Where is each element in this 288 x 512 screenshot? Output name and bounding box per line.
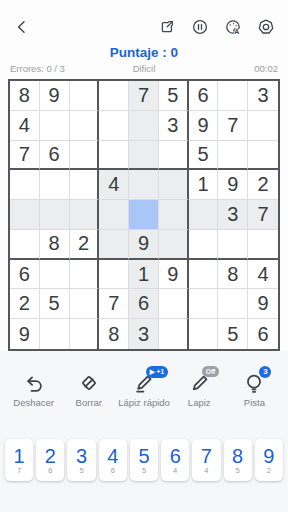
sudoku-board: 8975634397765419237829619842576998356	[8, 79, 280, 351]
numpad-button-4[interactable]: 46	[99, 439, 127, 481]
sudoku-cell-r6c4[interactable]	[99, 230, 129, 260]
numpad-button-8[interactable]: 85	[224, 439, 252, 481]
sudoku-cell-r2c7[interactable]: 9	[189, 111, 219, 141]
sudoku-cell-r3c7[interactable]: 5	[189, 141, 219, 171]
sudoku-cell-r8c6[interactable]	[159, 289, 189, 319]
sudoku-cell-r5c9[interactable]: 7	[248, 200, 278, 230]
sudoku-cell-r2c6[interactable]: 3	[159, 111, 189, 141]
sudoku-cell-r3c6[interactable]	[159, 141, 189, 171]
toolbar: Deshacer Borrar ▶ +1 Lápiz rápido Off	[0, 372, 288, 408]
sudoku-cell-r2c1[interactable]: 4	[10, 111, 40, 141]
numpad-digit: 4	[107, 446, 118, 466]
sudoku-cell-r7c9[interactable]: 4	[248, 260, 278, 290]
sudoku-cell-r3c4[interactable]	[99, 141, 129, 171]
undo-label: Deshacer	[13, 397, 54, 408]
sudoku-cell-r7c8[interactable]: 8	[218, 260, 248, 290]
sudoku-cell-r6c6[interactable]	[159, 230, 189, 260]
sudoku-cell-r8c9[interactable]: 9	[248, 289, 278, 319]
sudoku-cell-r5c1[interactable]	[10, 200, 40, 230]
sudoku-cell-r3c8[interactable]	[218, 141, 248, 171]
pause-button[interactable]	[192, 19, 208, 35]
quick-pencil-button[interactable]: ▶ +1 Lápiz rápido	[116, 372, 171, 408]
sudoku-cell-r8c2[interactable]: 5	[40, 289, 70, 319]
numpad-remaining-count: 5	[236, 467, 240, 475]
sudoku-cell-r1c3[interactable]	[70, 81, 100, 111]
numpad-remaining-count: 4	[173, 467, 177, 475]
numpad-digit: 3	[76, 446, 87, 466]
sudoku-cell-r2c5[interactable]	[129, 111, 159, 141]
sudoku-cell-r6c8[interactable]	[218, 230, 248, 260]
numpad-digit: 8	[232, 446, 243, 466]
share-icon	[159, 19, 175, 35]
pencil-badge: Off	[202, 366, 219, 377]
sudoku-cell-r1c7[interactable]: 6	[189, 81, 219, 111]
settings-icon	[258, 19, 274, 35]
sudoku-cell-r6c5[interactable]: 9	[129, 230, 159, 260]
numpad-button-7[interactable]: 74	[192, 439, 220, 481]
sudoku-cell-r4c3[interactable]	[70, 170, 100, 200]
sudoku-cell-r9c2[interactable]	[40, 319, 70, 349]
pencil-label: Lapiz	[188, 397, 211, 408]
sudoku-cell-r7c2[interactable]	[40, 260, 70, 290]
errors-label: Errores: 0 / 3	[10, 63, 99, 74]
timer-label: 00:02	[189, 63, 278, 74]
quick-pencil-label: Lápiz rápido	[118, 397, 170, 408]
back-icon	[14, 19, 30, 35]
eraser-icon	[78, 372, 100, 394]
sudoku-cell-r8c1[interactable]: 2	[10, 289, 40, 319]
numpad-button-1[interactable]: 17	[5, 439, 33, 481]
sudoku-cell-r5c7[interactable]	[189, 200, 219, 230]
sudoku-cell-r5c3[interactable]	[70, 200, 100, 230]
numpad-button-9[interactable]: 92	[255, 439, 283, 481]
bottom-panel: Deshacer Borrar ▶ +1 Lápiz rápido Off	[0, 351, 288, 512]
numpad-digit: 5	[138, 446, 149, 466]
numpad-remaining-count: 5	[79, 467, 83, 475]
theme-palette-icon: A	[225, 19, 241, 35]
sudoku-cell-r4c8[interactable]: 9	[218, 170, 248, 200]
theme-button[interactable]: A	[225, 19, 241, 35]
numpad-remaining-count: 7	[17, 467, 21, 475]
sudoku-cell-r9c9[interactable]: 6	[248, 319, 278, 349]
sudoku-cell-r7c4[interactable]	[99, 260, 129, 290]
numpad-digit: 2	[45, 446, 56, 466]
score-label: Puntaje : 0	[0, 45, 288, 60]
sudoku-cell-r6c9[interactable]	[248, 230, 278, 260]
sudoku-cell-r5c4[interactable]	[99, 200, 129, 230]
share-button[interactable]	[159, 19, 175, 35]
app-bar: A	[0, 0, 288, 38]
sudoku-cell-r2c3[interactable]	[70, 111, 100, 141]
sudoku-cell-r1c8[interactable]	[218, 81, 248, 111]
sudoku-cell-r8c4[interactable]: 7	[99, 289, 129, 319]
numpad-digit: 6	[170, 446, 181, 466]
sudoku-cell-r7c5[interactable]: 1	[129, 260, 159, 290]
sudoku-cell-r8c5[interactable]: 6	[129, 289, 159, 319]
status-row: Errores: 0 / 3 Dificil 00:02	[0, 63, 288, 74]
undo-button[interactable]: Deshacer	[6, 372, 61, 408]
sudoku-cell-r9c7[interactable]	[189, 319, 219, 349]
sudoku-cell-r9c6[interactable]	[159, 319, 189, 349]
difficulty-label: Dificil	[99, 63, 188, 74]
sudoku-cell-r8c3[interactable]	[70, 289, 100, 319]
sudoku-cell-r1c5[interactable]: 7	[129, 81, 159, 111]
sudoku-cell-r9c3[interactable]	[70, 319, 100, 349]
sudoku-cell-r3c3[interactable]	[70, 141, 100, 171]
sudoku-cell-r5c8[interactable]: 3	[218, 200, 248, 230]
sudoku-cell-r6c3[interactable]: 2	[70, 230, 100, 260]
sudoku-cell-r5c5[interactable]	[129, 200, 159, 230]
sudoku-cell-r2c8[interactable]: 7	[218, 111, 248, 141]
numpad-digit: 7	[201, 446, 212, 466]
sudoku-cell-r2c2[interactable]	[40, 111, 70, 141]
hint-button[interactable]: 3 Pista	[227, 372, 282, 408]
sudoku-cell-r8c7[interactable]	[189, 289, 219, 319]
sudoku-cell-r7c6[interactable]: 9	[159, 260, 189, 290]
sudoku-cell-r2c4[interactable]	[99, 111, 129, 141]
numpad-remaining-count: 4	[204, 467, 208, 475]
sudoku-cell-r4c4[interactable]: 4	[99, 170, 129, 200]
sudoku-cell-r1c6[interactable]: 5	[159, 81, 189, 111]
numpad-remaining-count: 2	[267, 467, 271, 475]
sudoku-cell-r1c1[interactable]: 8	[10, 81, 40, 111]
quick-pencil-badge: ▶ +1	[146, 366, 168, 378]
sudoku-cell-r1c4[interactable]	[99, 81, 129, 111]
sudoku-cell-r1c2[interactable]: 9	[40, 81, 70, 111]
undo-icon	[23, 372, 45, 394]
sudoku-cell-r9c4[interactable]: 8	[99, 319, 129, 349]
numpad: 172635465564748592	[0, 439, 288, 481]
sudoku-cell-r3c2[interactable]: 6	[40, 141, 70, 171]
numpad-button-5[interactable]: 55	[130, 439, 158, 481]
sudoku-cell-r4c1[interactable]	[10, 170, 40, 200]
numpad-digit: 1	[14, 446, 25, 466]
sudoku-cell-r7c1[interactable]: 6	[10, 260, 40, 290]
svg-text:A: A	[234, 28, 239, 35]
sudoku-cell-r9c5[interactable]: 3	[129, 319, 159, 349]
hint-badge: 3	[259, 366, 271, 378]
sudoku-cell-r3c5[interactable]	[129, 141, 159, 171]
sudoku-cell-r2c9[interactable]	[248, 111, 278, 141]
numpad-remaining-count: 6	[48, 467, 52, 475]
pencil-button[interactable]: Off Lapiz	[172, 372, 227, 408]
settings-button[interactable]	[258, 19, 274, 35]
sudoku-cell-r9c8[interactable]: 5	[218, 319, 248, 349]
sudoku-cell-r7c3[interactable]	[70, 260, 100, 290]
sudoku-cell-r5c6[interactable]	[159, 200, 189, 230]
sudoku-cell-r4c9[interactable]: 2	[248, 170, 278, 200]
sudoku-cell-r4c2[interactable]	[40, 170, 70, 200]
sudoku-cell-r8c8[interactable]	[218, 289, 248, 319]
numpad-remaining-count: 6	[111, 467, 115, 475]
sudoku-cell-r4c5[interactable]	[129, 170, 159, 200]
sudoku-cell-r1c9[interactable]: 3	[248, 81, 278, 111]
numpad-button-3[interactable]: 35	[67, 439, 95, 481]
numpad-button-6[interactable]: 64	[161, 439, 189, 481]
sudoku-cell-r3c1[interactable]: 7	[10, 141, 40, 171]
numpad-button-2[interactable]: 26	[36, 439, 64, 481]
sudoku-app-screen: A Puntaje : 0 Errores: 0 / 3 Dificil 00:…	[0, 0, 288, 512]
sudoku-cell-r5c2[interactable]	[40, 200, 70, 230]
erase-label: Borrar	[76, 397, 102, 408]
sudoku-cell-r6c7[interactable]	[189, 230, 219, 260]
numpad-digit: 9	[263, 446, 274, 466]
erase-button[interactable]: Borrar	[61, 372, 116, 408]
back-button[interactable]	[14, 19, 30, 35]
sudoku-cell-r3c9[interactable]	[248, 141, 278, 171]
sudoku-cell-r9c1[interactable]: 9	[10, 319, 40, 349]
pause-icon	[192, 19, 208, 35]
sudoku-cell-r7c7[interactable]	[189, 260, 219, 290]
sudoku-cell-r4c6[interactable]	[159, 170, 189, 200]
sudoku-cell-r6c2[interactable]: 8	[40, 230, 70, 260]
numpad-remaining-count: 5	[142, 467, 146, 475]
sudoku-cell-r4c7[interactable]: 1	[189, 170, 219, 200]
sudoku-cell-r6c1[interactable]	[10, 230, 40, 260]
hint-label: Pista	[244, 397, 265, 408]
